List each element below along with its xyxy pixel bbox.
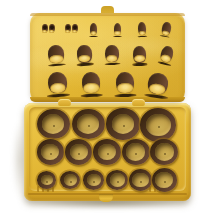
lid-oring-pair bbox=[42, 24, 55, 32]
lid-oring-stack bbox=[47, 71, 67, 93]
slot-shadow-line bbox=[113, 36, 122, 38]
lid-oring-stack bbox=[132, 45, 145, 62]
lid-oring-stack bbox=[114, 23, 122, 35]
lid-oring-stack bbox=[161, 21, 172, 35]
lid-oring-stacks-layer bbox=[0, 0, 214, 214]
lid-oring-stack bbox=[115, 72, 134, 94]
tiny-oring bbox=[49, 24, 55, 32]
slot-shadow-line bbox=[47, 93, 70, 98]
lid-oring-stack bbox=[137, 22, 146, 35]
slot-shadow-line bbox=[76, 62, 93, 66]
slot-gold-glint bbox=[49, 55, 63, 64]
slot-gold-glint bbox=[83, 83, 99, 93]
slot-gold-glint bbox=[138, 31, 145, 35]
slot-shadow-line bbox=[81, 93, 102, 97]
slot-shadow-line bbox=[114, 93, 135, 97]
oring-kit-photo bbox=[0, 0, 214, 214]
lid-oring-stack bbox=[104, 45, 118, 63]
slot-gold-glint bbox=[50, 83, 67, 94]
lid-oring-stack bbox=[147, 72, 170, 96]
lid-oring-stack bbox=[47, 44, 65, 63]
slot-gold-glint bbox=[134, 55, 145, 62]
slot-shadow-line bbox=[47, 63, 66, 67]
tiny-oring bbox=[65, 24, 71, 32]
slot-gold-glint bbox=[114, 31, 120, 35]
lid-oring-stack bbox=[76, 45, 92, 63]
tiny-oring bbox=[72, 24, 78, 32]
lid-oring-stack bbox=[90, 23, 97, 35]
slot-gold-glint bbox=[117, 83, 132, 93]
lid-oring-stack bbox=[81, 72, 100, 94]
tiny-oring bbox=[42, 24, 48, 32]
slot-shadow-line bbox=[160, 35, 170, 38]
slot-shadow-line bbox=[137, 35, 147, 37]
slot-gold-glint bbox=[91, 31, 97, 35]
slot-shadow-line bbox=[89, 36, 97, 38]
slot-shadow-line bbox=[104, 62, 120, 65]
slot-gold-glint bbox=[106, 54, 118, 62]
lid-oring-stack bbox=[159, 45, 174, 63]
lid-oring-pair bbox=[65, 24, 78, 32]
slot-shadow-line bbox=[132, 62, 147, 65]
